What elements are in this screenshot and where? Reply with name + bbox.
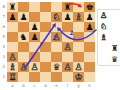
tray-piece-br[interactable]: ♜ [111, 43, 118, 54]
square-c4[interactable] [29, 42, 40, 52]
black-piece-c6[interactable]: ♟ [30, 22, 38, 32]
square-b5[interactable]: ♞ [18, 32, 29, 42]
square-a7[interactable]: ♟ [7, 12, 18, 22]
black-piece-a8[interactable]: ♜ [8, 2, 16, 12]
square-h3[interactable] [84, 52, 95, 62]
rank-label-1: 1 [0, 72, 6, 82]
square-h5[interactable] [84, 32, 95, 42]
square-h8[interactable]: ♚ [84, 2, 95, 12]
file-label-d: d [40, 82, 51, 90]
tray-piece-bq[interactable]: ♛ [111, 54, 118, 65]
white-piece-a2[interactable]: ♗ [8, 62, 16, 72]
black-piece-b5[interactable]: ♞ [19, 32, 27, 42]
white-piece-a1[interactable]: ♖ [8, 72, 16, 82]
rank-label-4: 4 [0, 42, 6, 52]
square-e2[interactable]: ♛ [51, 62, 62, 72]
rank-label-3: 3 [0, 52, 6, 62]
square-f2[interactable]: ♙ [62, 62, 73, 72]
black-piece-f8[interactable]: ♜ [63, 2, 71, 12]
square-f1[interactable] [62, 72, 73, 82]
chess-analysis-app: 87654321 ♜♜♚♟♟♘♟♗♟♟♟♞♟♙♙♙♗♙♙♛♙♙♖♔ abcdef… [0, 0, 120, 90]
file-labels: abcdefgh [7, 82, 95, 90]
square-e8[interactable] [51, 2, 62, 12]
square-b7[interactable]: ♟ [18, 12, 29, 22]
square-d4[interactable] [40, 42, 51, 52]
square-g2[interactable]: ♙ [73, 62, 84, 72]
rank-label-8: 8 [0, 2, 6, 12]
square-b3[interactable] [18, 52, 29, 62]
square-g4[interactable] [73, 42, 84, 52]
chess-board[interactable]: ♜♜♚♟♟♘♟♗♟♟♟♞♟♙♙♙♗♙♙♛♙♙♖♔ [7, 2, 95, 82]
white-piece-b2[interactable]: ♙ [19, 62, 27, 72]
rank-label-7: 7 [0, 12, 6, 22]
black-piece-a7[interactable]: ♟ [8, 12, 16, 22]
square-b8[interactable] [18, 2, 29, 12]
square-a8[interactable]: ♜ [7, 2, 18, 12]
square-c2[interactable]: ♙ [29, 62, 40, 72]
piece-tray[interactable]: ♙♘♗♜♛ [97, 9, 120, 65]
white-piece-g7[interactable]: ♗ [74, 12, 82, 22]
white-piece-f2[interactable]: ♙ [63, 62, 71, 72]
black-piece-h6[interactable]: ♟ [85, 22, 93, 32]
file-label-g: g [73, 82, 84, 90]
square-f3[interactable] [62, 52, 73, 62]
square-e7[interactable]: ♘ [51, 12, 62, 22]
square-b1[interactable] [18, 72, 29, 82]
square-c3[interactable] [29, 52, 40, 62]
square-d3[interactable] [40, 52, 51, 62]
square-h6[interactable]: ♟ [84, 22, 95, 32]
move-label-2: 2 [52, 35, 56, 41]
black-piece-f7[interactable]: ♟ [63, 12, 71, 22]
square-d5[interactable] [40, 32, 51, 42]
black-piece-c5[interactable]: ♟ [30, 32, 38, 42]
square-g5[interactable] [73, 32, 84, 42]
file-label-h: h [84, 82, 95, 90]
square-f8[interactable]: ♜ [62, 2, 73, 12]
white-piece-e7[interactable]: ♘ [52, 12, 60, 22]
square-a4[interactable] [7, 42, 18, 52]
file-label-b: b [18, 82, 29, 90]
square-b6[interactable] [18, 22, 29, 32]
square-g3[interactable] [73, 52, 84, 62]
tray-piece-wN[interactable]: ♘ [100, 21, 107, 32]
square-d1[interactable] [40, 72, 51, 82]
square-a5[interactable] [7, 32, 18, 42]
square-h4[interactable] [84, 42, 95, 52]
file-label-e: e [51, 82, 62, 90]
rank-label-6: 6 [0, 22, 6, 32]
square-g8[interactable] [73, 2, 84, 12]
square-h2[interactable] [84, 62, 95, 72]
square-g7[interactable]: ♗ [73, 12, 84, 22]
white-piece-g2[interactable]: ♙ [74, 62, 82, 72]
square-h1[interactable] [84, 72, 95, 82]
square-h7[interactable]: ♟ [84, 12, 95, 22]
square-g1[interactable]: ♔ [73, 72, 84, 82]
square-c8[interactable] [29, 2, 40, 12]
square-e4[interactable] [51, 42, 62, 52]
black-piece-h8[interactable]: ♚ [85, 2, 93, 12]
move-label-1: 1 [69, 30, 73, 36]
tray-piece-wB[interactable]: ♗ [100, 32, 107, 43]
tray-cell-r5c2[interactable]: ♛ [109, 54, 120, 66]
square-f7[interactable]: ♟ [62, 12, 73, 22]
square-e3[interactable] [51, 52, 62, 62]
square-f4[interactable]: ♙ [62, 42, 73, 52]
square-g6[interactable] [73, 22, 84, 32]
rank-label-2: 2 [0, 62, 6, 72]
square-c6[interactable]: ♟ [29, 22, 40, 32]
square-d7[interactable] [40, 12, 51, 22]
file-label-a: a [7, 82, 18, 90]
square-d6[interactable] [40, 22, 51, 32]
square-d8[interactable] [40, 2, 51, 12]
square-c1[interactable] [29, 72, 40, 82]
black-piece-h7[interactable]: ♟ [85, 12, 93, 22]
square-a3[interactable]: ♙ [7, 52, 18, 62]
square-b2[interactable]: ♙ [18, 62, 29, 72]
white-piece-f4[interactable]: ♙ [63, 42, 71, 52]
file-label-c: c [29, 82, 40, 90]
white-piece-c2[interactable]: ♙ [30, 62, 38, 72]
square-e6[interactable] [51, 22, 62, 32]
square-a2[interactable]: ♗ [7, 62, 18, 72]
black-piece-e2[interactable]: ♛ [52, 62, 60, 72]
rank-labels: 87654321 [0, 2, 6, 82]
square-c5[interactable]: ♟ [29, 32, 40, 42]
square-a1[interactable]: ♖ [7, 72, 18, 82]
square-c7[interactable] [29, 12, 40, 22]
square-d2[interactable] [40, 62, 51, 72]
file-label-f: f [62, 82, 73, 90]
rank-label-5: 5 [0, 32, 6, 42]
square-e1[interactable] [51, 72, 62, 82]
tray-piece-wP[interactable]: ♙ [100, 10, 107, 21]
white-piece-a3[interactable]: ♙ [8, 52, 16, 62]
black-piece-b7[interactable]: ♟ [19, 12, 27, 22]
square-b4[interactable] [18, 42, 29, 52]
square-a6[interactable] [7, 22, 18, 32]
white-piece-g1[interactable]: ♔ [74, 72, 82, 82]
